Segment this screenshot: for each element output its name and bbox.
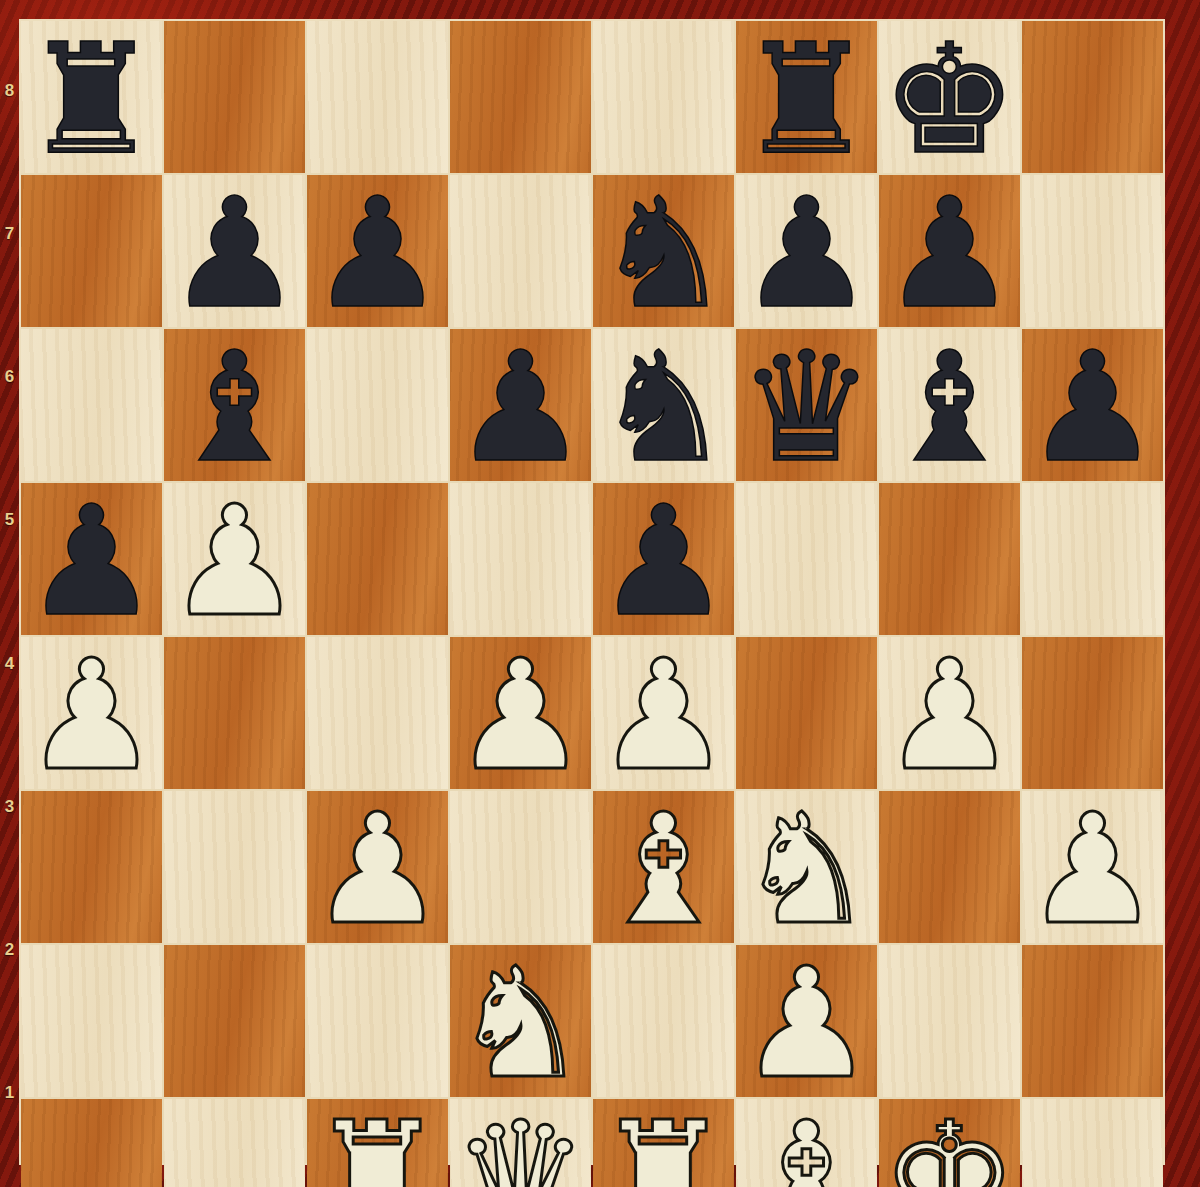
square-b1[interactable] [164,1099,305,1187]
square-c1[interactable]: ♜ [307,1099,448,1187]
square-d8[interactable] [450,21,591,173]
square-h1[interactable] [1022,1099,1163,1187]
rank-labels: 87654321 [0,19,19,1165]
square-e5[interactable]: ♟ [593,483,734,635]
rank-label-1: 1 [0,1022,19,1165]
square-h7[interactable] [1022,175,1163,327]
square-g8[interactable]: ♚ [879,21,1020,173]
square-f7[interactable]: ♟ [736,175,877,327]
square-e3[interactable]: ♝ [593,791,734,943]
square-e6[interactable]: ♞ [593,329,734,481]
square-h8[interactable] [1022,21,1163,173]
piece-white-pawn[interactable]: ♟ [452,640,588,792]
rank-label-7: 7 [0,162,19,305]
board: ♜♜♚♟♟♞♟♟♝♟♞♛♝♟♟♟♟♟♟♟♟♟♝♞♟♞♟♜♛♜♝♚ [19,19,1165,1165]
square-c7[interactable]: ♟ [307,175,448,327]
square-f2[interactable]: ♟ [736,945,877,1097]
square-b7[interactable]: ♟ [164,175,305,327]
piece-black-rook[interactable]: ♜ [738,24,874,176]
square-g4[interactable]: ♟ [879,637,1020,789]
piece-black-pawn[interactable]: ♟ [595,486,731,638]
square-b5[interactable]: ♟ [164,483,305,635]
rank-label-4: 4 [0,592,19,735]
square-f4[interactable] [736,637,877,789]
square-g1[interactable]: ♚ [879,1099,1020,1187]
square-a5[interactable]: ♟ [21,483,162,635]
piece-black-knight[interactable]: ♞ [595,332,731,484]
piece-black-bishop[interactable]: ♝ [166,332,302,484]
square-d2[interactable]: ♞ [450,945,591,1097]
piece-white-rook[interactable]: ♜ [309,1102,445,1187]
rank-label-3: 3 [0,735,19,878]
square-e1[interactable]: ♜ [593,1099,734,1187]
piece-white-bishop[interactable]: ♝ [595,794,731,946]
square-g6[interactable]: ♝ [879,329,1020,481]
square-a3[interactable] [21,791,162,943]
piece-black-pawn[interactable]: ♟ [452,332,588,484]
piece-white-pawn[interactable]: ♟ [166,486,302,638]
square-b8[interactable] [164,21,305,173]
chess-diagram: 87654321 ABCDEFGH ♜♜♚♟♟♞♟♟♝♟♞♛♝♟♟♟♟♟♟♟♟♟… [0,0,1200,1187]
square-f1[interactable]: ♝ [736,1099,877,1187]
piece-black-pawn[interactable]: ♟ [166,178,302,330]
square-e2[interactable] [593,945,734,1097]
square-d7[interactable] [450,175,591,327]
square-h5[interactable] [1022,483,1163,635]
piece-black-bishop[interactable]: ♝ [881,332,1017,484]
square-g5[interactable] [879,483,1020,635]
square-h2[interactable] [1022,945,1163,1097]
square-b3[interactable] [164,791,305,943]
piece-black-pawn[interactable]: ♟ [309,178,445,330]
piece-white-bishop[interactable]: ♝ [738,1102,874,1187]
square-c3[interactable]: ♟ [307,791,448,943]
square-f5[interactable] [736,483,877,635]
square-c6[interactable] [307,329,448,481]
square-g3[interactable] [879,791,1020,943]
square-d3[interactable] [450,791,591,943]
square-g2[interactable] [879,945,1020,1097]
piece-black-rook[interactable]: ♜ [23,24,159,176]
square-e4[interactable]: ♟ [593,637,734,789]
piece-black-queen[interactable]: ♛ [738,332,874,484]
square-h4[interactable] [1022,637,1163,789]
square-b4[interactable] [164,637,305,789]
rank-label-6: 6 [0,306,19,449]
piece-white-pawn[interactable]: ♟ [23,640,159,792]
piece-white-pawn[interactable]: ♟ [881,640,1017,792]
square-b6[interactable]: ♝ [164,329,305,481]
square-c5[interactable] [307,483,448,635]
square-a6[interactable] [21,329,162,481]
rank-label-5: 5 [0,449,19,592]
square-h6[interactable]: ♟ [1022,329,1163,481]
piece-white-pawn[interactable]: ♟ [1024,794,1160,946]
piece-white-rook[interactable]: ♜ [595,1102,731,1187]
square-b2[interactable] [164,945,305,1097]
square-a7[interactable] [21,175,162,327]
piece-white-knight[interactable]: ♞ [452,948,588,1100]
square-d5[interactable] [450,483,591,635]
piece-white-king[interactable]: ♚ [881,1102,1017,1187]
square-d1[interactable]: ♛ [450,1099,591,1187]
square-c8[interactable] [307,21,448,173]
square-a1[interactable] [21,1099,162,1187]
square-e8[interactable] [593,21,734,173]
square-f6[interactable]: ♛ [736,329,877,481]
square-c2[interactable] [307,945,448,1097]
square-a4[interactable]: ♟ [21,637,162,789]
piece-black-pawn[interactable]: ♟ [23,486,159,638]
piece-white-knight[interactable]: ♞ [738,794,874,946]
rank-label-8: 8 [0,19,19,162]
piece-white-pawn[interactable]: ♟ [309,794,445,946]
square-e7[interactable]: ♞ [593,175,734,327]
square-h3[interactable]: ♟ [1022,791,1163,943]
square-a8[interactable]: ♜ [21,21,162,173]
square-f3[interactable]: ♞ [736,791,877,943]
square-c4[interactable] [307,637,448,789]
piece-black-pawn[interactable]: ♟ [881,178,1017,330]
piece-white-queen[interactable]: ♛ [452,1102,588,1187]
square-g7[interactable]: ♟ [879,175,1020,327]
square-f8[interactable]: ♜ [736,21,877,173]
piece-black-pawn[interactable]: ♟ [1024,332,1160,484]
piece-white-pawn[interactable]: ♟ [595,640,731,792]
piece-black-knight[interactable]: ♞ [595,178,731,330]
piece-black-king[interactable]: ♚ [881,24,1017,176]
rank-label-2: 2 [0,879,19,1022]
square-a2[interactable] [21,945,162,1097]
piece-black-pawn[interactable]: ♟ [738,178,874,330]
piece-white-pawn[interactable]: ♟ [738,948,874,1100]
square-d6[interactable]: ♟ [450,329,591,481]
square-d4[interactable]: ♟ [450,637,591,789]
